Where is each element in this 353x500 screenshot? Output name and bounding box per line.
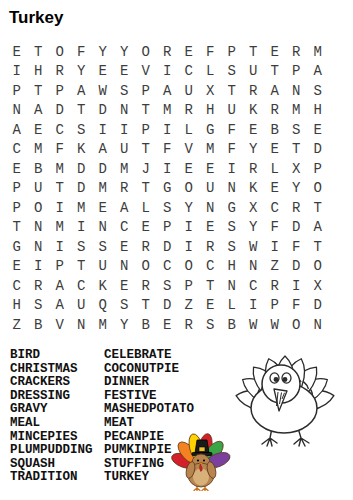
grid-cell-r5c8[interactable]: I xyxy=(157,120,179,140)
grid-cell-r14c7[interactable]: T xyxy=(135,296,157,316)
grid-cell-r4c4[interactable]: T xyxy=(71,101,93,121)
grid-cell-r10c3[interactable]: M xyxy=(49,218,71,238)
grid-cell-r12c10[interactable]: C xyxy=(200,257,222,277)
grid-cell-r3c4[interactable]: A xyxy=(71,81,93,101)
grid-cell-r12c3[interactable]: P xyxy=(49,257,71,277)
grid-cell-r6c11[interactable]: F xyxy=(221,140,243,160)
grid-cell-r3c12[interactable]: R xyxy=(243,81,265,101)
grid-cell-r8c13[interactable]: E xyxy=(264,179,286,199)
word-crackers: CRACKERS xyxy=(10,376,93,390)
grid-cell-r11c6[interactable]: E xyxy=(114,237,136,257)
grid-cell-r6c8[interactable]: F xyxy=(157,140,179,160)
grid-cell-r14c6[interactable]: S xyxy=(114,296,136,316)
grid-cell-r11c2[interactable]: N xyxy=(28,237,50,257)
grid-cell-r9c2[interactable]: O xyxy=(28,198,50,218)
grid-cell-r10c12[interactable]: Y xyxy=(243,218,265,238)
grid-cell-r8c7[interactable]: T xyxy=(135,179,157,199)
grid-cell-r15c12[interactable]: W xyxy=(243,315,265,335)
grid-cell-r8c1[interactable]: P xyxy=(6,179,28,199)
grid-cell-r7c9[interactable]: E xyxy=(178,159,200,179)
grid-cell-r13c5[interactable]: K xyxy=(92,276,114,296)
grid-cell-r9c6[interactable]: A xyxy=(114,198,136,218)
grid-cell-r2c7[interactable]: V xyxy=(135,62,157,82)
word-search-grid: ETOFYYOREFPTERMIHRYEEVICLSUTPAPTPAWSPAUX… xyxy=(6,42,329,335)
grid-cell-r13c9[interactable]: P xyxy=(178,276,200,296)
grid-cell-r6c7[interactable]: T xyxy=(135,140,157,160)
grid-cell-r15c11[interactable]: B xyxy=(221,315,243,335)
grid-cell-r1c14[interactable]: R xyxy=(286,42,308,62)
grid-cell-r12c14[interactable]: D xyxy=(286,257,308,277)
grid-cell-r10c2[interactable]: N xyxy=(28,218,50,238)
grid-cell-r14c13[interactable]: P xyxy=(264,296,286,316)
grid-cell-r2c5[interactable]: E xyxy=(92,62,114,82)
grid-cell-r3c14[interactable]: N xyxy=(286,81,308,101)
grid-cell-r14c14[interactable]: F xyxy=(286,296,308,316)
grid-cell-r4c10[interactable]: H xyxy=(200,101,222,121)
grid-cell-r12c7[interactable]: O xyxy=(135,257,157,277)
grid-cell-r9c10[interactable]: N xyxy=(200,198,222,218)
grid-cell-r1c10[interactable]: F xyxy=(200,42,222,62)
grid-cell-r6c5[interactable]: A xyxy=(92,140,114,160)
grid-cell-r14c11[interactable]: L xyxy=(221,296,243,316)
grid-cell-r13c6[interactable]: E xyxy=(114,276,136,296)
grid-cell-r1c6[interactable]: Y xyxy=(114,42,136,62)
grid-cell-r2c3[interactable]: R xyxy=(49,62,71,82)
grid-cell-r10c10[interactable]: E xyxy=(200,218,222,238)
grid-cell-r13c1[interactable]: C xyxy=(6,276,28,296)
grid-cell-r2c13[interactable]: T xyxy=(264,62,286,82)
grid-cell-r10c6[interactable]: C xyxy=(114,218,136,238)
grid-cell-r7c12[interactable]: R xyxy=(243,159,265,179)
grid-cell-r7c10[interactable]: E xyxy=(200,159,222,179)
grid-cell-r9c9[interactable]: Y xyxy=(178,198,200,218)
grid-cell-r12c1[interactable]: E xyxy=(6,257,28,277)
grid-cell-r14c5[interactable]: Q xyxy=(92,296,114,316)
grid-cell-r11c12[interactable]: W xyxy=(243,237,265,257)
grid-cell-r2c2[interactable]: H xyxy=(28,62,50,82)
word-list-column-1: BIRDCHRISTMASCRACKERSDRESSINGGRAVYMEALMI… xyxy=(10,349,93,485)
grid-cell-r15c2[interactable]: B xyxy=(28,315,50,335)
grid-cell-r10c15[interactable]: A xyxy=(307,218,329,238)
grid-cell-r1c2[interactable]: T xyxy=(28,42,50,62)
grid-cell-r8c3[interactable]: T xyxy=(49,179,71,199)
grid-cell-r13c3[interactable]: A xyxy=(49,276,71,296)
grid-cell-r7c11[interactable]: I xyxy=(221,159,243,179)
grid-cell-r5c5[interactable]: I xyxy=(92,120,114,140)
grid-cell-r3c15[interactable]: S xyxy=(307,81,329,101)
grid-cell-r4c3[interactable]: D xyxy=(49,101,71,121)
grid-cell-r13c4[interactable]: C xyxy=(71,276,93,296)
grid-cell-r8c10[interactable]: U xyxy=(200,179,222,199)
grid-cell-r7c3[interactable]: M xyxy=(49,159,71,179)
grid-cell-r11c7[interactable]: R xyxy=(135,237,157,257)
grid-cell-r5c12[interactable]: E xyxy=(243,120,265,140)
grid-cell-r8c2[interactable]: U xyxy=(28,179,50,199)
grid-cell-r1c4[interactable]: F xyxy=(71,42,93,62)
grid-cell-r2c11[interactable]: S xyxy=(221,62,243,82)
grid-cell-r5c14[interactable]: S xyxy=(286,120,308,140)
word-celebrate: CELEBRATE xyxy=(104,349,194,363)
grid-cell-r6c3[interactable]: F xyxy=(49,140,71,160)
grid-cell-r5c10[interactable]: G xyxy=(200,120,222,140)
grid-cell-r1c9[interactable]: E xyxy=(178,42,200,62)
grid-cell-r9c15[interactable]: T xyxy=(307,198,329,218)
grid-cell-r8c4[interactable]: D xyxy=(71,179,93,199)
grid-cell-r1c12[interactable]: T xyxy=(243,42,265,62)
grid-cell-r4c15[interactable]: H xyxy=(307,101,329,121)
grid-cell-r3c11[interactable]: T xyxy=(221,81,243,101)
grid-cell-r6c2[interactable]: M xyxy=(28,140,50,160)
grid-cell-r2c15[interactable]: A xyxy=(307,62,329,82)
grid-cell-r4c13[interactable]: R xyxy=(264,101,286,121)
puzzle-title: Turkey xyxy=(9,8,64,28)
grid-cell-r12c4[interactable]: T xyxy=(71,257,93,277)
grid-cell-r6c1[interactable]: C xyxy=(6,140,28,160)
grid-cell-r15c5[interactable]: M xyxy=(92,315,114,335)
grid-cell-r8c9[interactable]: O xyxy=(178,179,200,199)
word-christmas: CHRISTMAS xyxy=(10,363,93,377)
grid-cell-r14c4[interactable]: U xyxy=(71,296,93,316)
grid-cell-r10c13[interactable]: F xyxy=(264,218,286,238)
grid-cell-r9c5[interactable]: E xyxy=(92,198,114,218)
grid-cell-r13c14[interactable]: I xyxy=(286,276,308,296)
grid-cell-r11c8[interactable]: D xyxy=(157,237,179,257)
grid-cell-r9c11[interactable]: G xyxy=(221,198,243,218)
grid-cell-r15c3[interactable]: V xyxy=(49,315,71,335)
grid-cell-r13c12[interactable]: C xyxy=(243,276,265,296)
grid-cell-r8c15[interactable]: O xyxy=(307,179,329,199)
grid-cell-r11c15[interactable]: T xyxy=(307,237,329,257)
grid-cell-r8c5[interactable]: M xyxy=(92,179,114,199)
grid-cell-r13c13[interactable]: R xyxy=(264,276,286,296)
grid-cell-r5c1[interactable]: A xyxy=(6,120,28,140)
grid-cell-r6c4[interactable]: K xyxy=(71,140,93,160)
grid-cell-r12c11[interactable]: H xyxy=(221,257,243,277)
grid-cell-r15c8[interactable]: E xyxy=(157,315,179,335)
grid-cell-r6c6[interactable]: U xyxy=(114,140,136,160)
grid-cell-r14c1[interactable]: H xyxy=(6,296,28,316)
grid-cell-r13c8[interactable]: S xyxy=(157,276,179,296)
grid-cell-r11c14[interactable]: F xyxy=(286,237,308,257)
grid-cell-r3c6[interactable]: S xyxy=(114,81,136,101)
grid-cell-r8c12[interactable]: K xyxy=(243,179,265,199)
grid-cell-r1c11[interactable]: P xyxy=(221,42,243,62)
grid-cell-r8c11[interactable]: N xyxy=(221,179,243,199)
grid-cell-r12c2[interactable]: I xyxy=(28,257,50,277)
grid-cell-r15c7[interactable]: B xyxy=(135,315,157,335)
grid-cell-r8c6[interactable]: R xyxy=(114,179,136,199)
grid-cell-r7c7[interactable]: J xyxy=(135,159,157,179)
grid-cell-r4c14[interactable]: M xyxy=(286,101,308,121)
word-coconutpie: COCONUTPIE xyxy=(104,363,194,377)
grid-cell-r11c10[interactable]: R xyxy=(200,237,222,257)
grid-cell-r3c1[interactable]: P xyxy=(6,81,28,101)
grid-cell-r14c2[interactable]: S xyxy=(28,296,50,316)
grid-cell-r7c15[interactable]: P xyxy=(307,159,329,179)
grid-cell-r7c6[interactable]: M xyxy=(114,159,136,179)
grid-cell-r12c15[interactable]: O xyxy=(307,257,329,277)
grid-cell-r14c8[interactable]: D xyxy=(157,296,179,316)
grid-cell-r13c10[interactable]: T xyxy=(200,276,222,296)
grid-cell-r1c13[interactable]: E xyxy=(264,42,286,62)
grid-cell-r12c8[interactable]: C xyxy=(157,257,179,277)
word-meal: MEAL xyxy=(10,417,93,431)
grid-cell-r4c1[interactable]: N xyxy=(6,101,28,121)
grid-cell-r10c1[interactable]: T xyxy=(6,218,28,238)
grid-cell-r2c1[interactable]: I xyxy=(6,62,28,82)
grid-cell-r5c9[interactable]: L xyxy=(178,120,200,140)
grid-cell-r6c15[interactable]: D xyxy=(307,140,329,160)
grid-cell-r11c1[interactable]: G xyxy=(6,237,28,257)
grid-cell-r5c6[interactable]: I xyxy=(114,120,136,140)
grid-cell-r6c9[interactable]: V xyxy=(178,140,200,160)
grid-cell-r9c8[interactable]: S xyxy=(157,198,179,218)
turkey-outline-clipart xyxy=(226,348,352,452)
grid-cell-r3c10[interactable]: X xyxy=(200,81,222,101)
grid-cell-r7c13[interactable]: L xyxy=(264,159,286,179)
grid-cell-r6c14[interactable]: T xyxy=(286,140,308,160)
grid-cell-r12c12[interactable]: N xyxy=(243,257,265,277)
turkey-color-clipart xyxy=(167,427,235,491)
word-gravy: GRAVY xyxy=(10,403,93,417)
grid-cell-r15c6[interactable]: Y xyxy=(114,315,136,335)
word-search-worksheet: Turkey ETOFYYOREFPTERMIHRYEEVICLSUTPAPTP… xyxy=(0,0,353,500)
grid-cell-r1c3[interactable]: O xyxy=(49,42,71,62)
grid-cell-r6c13[interactable]: E xyxy=(264,140,286,160)
grid-cell-r2c4[interactable]: Y xyxy=(71,62,93,82)
grid-cell-r10c11[interactable]: S xyxy=(221,218,243,238)
grid-cell-r14c15[interactable]: D xyxy=(307,296,329,316)
grid-cell-r13c11[interactable]: N xyxy=(221,276,243,296)
word-bird: BIRD xyxy=(10,349,93,363)
grid-cell-r1c15[interactable]: M xyxy=(307,42,329,62)
grid-cell-r7c1[interactable]: E xyxy=(6,159,28,179)
grid-cell-r2c8[interactable]: I xyxy=(157,62,179,82)
grid-cell-r3c2[interactable]: T xyxy=(28,81,50,101)
grid-cell-r5c13[interactable]: B xyxy=(264,120,286,140)
grid-cell-r1c5[interactable]: Y xyxy=(92,42,114,62)
grid-cell-r15c10[interactable]: S xyxy=(200,315,222,335)
grid-cell-r3c13[interactable]: A xyxy=(264,81,286,101)
grid-cell-r9c4[interactable]: M xyxy=(71,198,93,218)
grid-cell-r7c8[interactable]: I xyxy=(157,159,179,179)
word-tradition: TRADITION xyxy=(10,471,93,485)
grid-cell-r11c11[interactable]: S xyxy=(221,237,243,257)
grid-cell-r5c7[interactable]: P xyxy=(135,120,157,140)
grid-cell-r2c12[interactable]: U xyxy=(243,62,265,82)
grid-cell-r4c12[interactable]: K xyxy=(243,101,265,121)
grid-cell-r7c4[interactable]: D xyxy=(71,159,93,179)
grid-cell-r9c12[interactable]: X xyxy=(243,198,265,218)
grid-cell-r11c9[interactable]: I xyxy=(178,237,200,257)
grid-cell-r1c8[interactable]: R xyxy=(157,42,179,62)
grid-cell-r14c12[interactable]: I xyxy=(243,296,265,316)
grid-cell-r15c14[interactable]: O xyxy=(286,315,308,335)
grid-cell-r8c14[interactable]: Y xyxy=(286,179,308,199)
grid-cell-r4c2[interactable]: A xyxy=(28,101,50,121)
grid-cell-r4c5[interactable]: D xyxy=(92,101,114,121)
grid-cell-r5c11[interactable]: F xyxy=(221,120,243,140)
grid-cell-r10c14[interactable]: D xyxy=(286,218,308,238)
grid-cell-r11c13[interactable]: I xyxy=(264,237,286,257)
grid-cell-r4c11[interactable]: U xyxy=(221,101,243,121)
grid-cell-r11c5[interactable]: S xyxy=(92,237,114,257)
grid-cell-r2c6[interactable]: E xyxy=(114,62,136,82)
grid-cell-r4c6[interactable]: N xyxy=(114,101,136,121)
grid-cell-r5c3[interactable]: C xyxy=(49,120,71,140)
word-squash: SQUASH xyxy=(10,458,93,472)
grid-cell-r15c1[interactable]: Z xyxy=(6,315,28,335)
grid-cell-r4c8[interactable]: M xyxy=(157,101,179,121)
grid-cell-r6c12[interactable]: Y xyxy=(243,140,265,160)
grid-cell-r13c15[interactable]: X xyxy=(307,276,329,296)
grid-cell-r2c9[interactable]: C xyxy=(178,62,200,82)
grid-cell-r7c2[interactable]: B xyxy=(28,159,50,179)
grid-cell-r3c8[interactable]: A xyxy=(157,81,179,101)
grid-cell-r5c4[interactable]: S xyxy=(71,120,93,140)
grid-cell-r3c5[interactable]: W xyxy=(92,81,114,101)
grid-cell-r9c1[interactable]: P xyxy=(6,198,28,218)
grid-cell-r12c9[interactable]: O xyxy=(178,257,200,277)
grid-cell-r14c9[interactable]: Z xyxy=(178,296,200,316)
grid-cell-r15c13[interactable]: W xyxy=(264,315,286,335)
grid-cell-r10c8[interactable]: P xyxy=(157,218,179,238)
grid-cell-r15c4[interactable]: N xyxy=(71,315,93,335)
grid-cell-r5c2[interactable]: E xyxy=(28,120,50,140)
grid-cell-r2c10[interactable]: L xyxy=(200,62,222,82)
grid-cell-r15c15[interactable]: N xyxy=(307,315,329,335)
word-festive: FESTIVE xyxy=(104,390,194,404)
grid-cell-r4c9[interactable]: R xyxy=(178,101,200,121)
grid-cell-r10c5[interactable]: N xyxy=(92,218,114,238)
grid-cell-r13c7[interactable]: R xyxy=(135,276,157,296)
grid-cell-r1c7[interactable]: O xyxy=(135,42,157,62)
grid-cell-r9c7[interactable]: L xyxy=(135,198,157,218)
grid-cell-r2c14[interactable]: P xyxy=(286,62,308,82)
grid-cell-r14c10[interactable]: E xyxy=(200,296,222,316)
grid-cell-r9c13[interactable]: C xyxy=(264,198,286,218)
grid-cell-r9c14[interactable]: R xyxy=(286,198,308,218)
grid-cell-r15c9[interactable]: R xyxy=(178,315,200,335)
grid-cell-r11c3[interactable]: I xyxy=(49,237,71,257)
word-mashedpotato: MASHEDPOTATO xyxy=(104,403,194,417)
grid-cell-r8c8[interactable]: G xyxy=(157,179,179,199)
grid-cell-r10c4[interactable]: I xyxy=(71,218,93,238)
grid-cell-r13c2[interactable]: R xyxy=(28,276,50,296)
grid-cell-r12c5[interactable]: U xyxy=(92,257,114,277)
grid-cell-r9c3[interactable]: I xyxy=(49,198,71,218)
grid-cell-r3c3[interactable]: P xyxy=(49,81,71,101)
grid-cell-r1c1[interactable]: E xyxy=(6,42,28,62)
grid-cell-r4c7[interactable]: T xyxy=(135,101,157,121)
grid-cell-r7c5[interactable]: D xyxy=(92,159,114,179)
grid-cell-r3c9[interactable]: U xyxy=(178,81,200,101)
grid-cell-r12c13[interactable]: Z xyxy=(264,257,286,277)
grid-cell-r7c14[interactable]: X xyxy=(286,159,308,179)
grid-cell-r12c6[interactable]: N xyxy=(114,257,136,277)
word-dinner: DINNER xyxy=(104,376,194,390)
grid-cell-r6c10[interactable]: M xyxy=(200,140,222,160)
word-plumpudding: PLUMPUDDING xyxy=(10,444,93,458)
word-dressing: DRESSING xyxy=(10,390,93,404)
grid-cell-r14c3[interactable]: A xyxy=(49,296,71,316)
word-mincepies: MINCEPIES xyxy=(10,431,93,445)
grid-cell-r10c9[interactable]: I xyxy=(178,218,200,238)
grid-cell-r11c4[interactable]: S xyxy=(71,237,93,257)
grid-cell-r5c15[interactable]: E xyxy=(307,120,329,140)
grid-cell-r3c7[interactable]: P xyxy=(135,81,157,101)
grid-cell-r10c7[interactable]: E xyxy=(135,218,157,238)
